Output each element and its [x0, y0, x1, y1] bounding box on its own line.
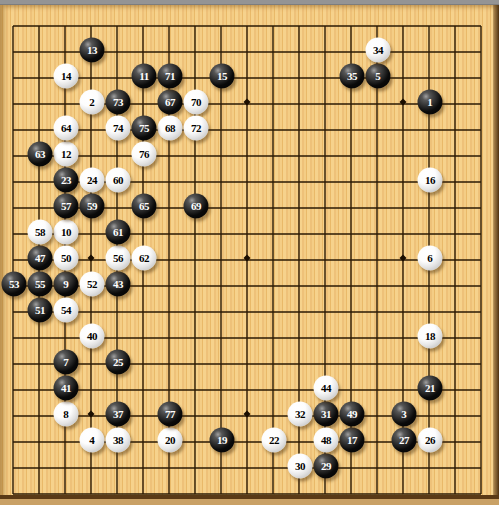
stone-black-49: 49: [340, 402, 365, 427]
stone-black-65: 65: [132, 194, 157, 219]
intersection[interactable]: 47: [26, 247, 52, 273]
intersection[interactable]: 38: [104, 429, 130, 455]
intersection[interactable]: 72: [182, 117, 208, 143]
intersection[interactable]: 63: [26, 143, 52, 169]
intersection[interactable]: 3: [390, 403, 416, 429]
intersection[interactable]: 44: [312, 377, 338, 403]
intersection[interactable]: 58: [26, 221, 52, 247]
intersection[interactable]: 9: [52, 273, 78, 299]
stone-white-54: 54: [54, 298, 79, 323]
intersection[interactable]: 6: [416, 247, 442, 273]
stone-white-6: 6: [418, 246, 443, 271]
stone-black-71: 71: [158, 64, 183, 89]
intersection[interactable]: 20: [156, 429, 182, 455]
stone-black-61: 61: [106, 220, 131, 245]
stone-black-51: 51: [28, 298, 53, 323]
intersection[interactable]: 5: [364, 65, 390, 91]
stone-black-73: 73: [106, 90, 131, 115]
intersection[interactable]: 14: [52, 65, 78, 91]
stone-black-15: 15: [210, 64, 235, 89]
intersection[interactable]: 35: [338, 65, 364, 91]
stone-black-59: 59: [80, 194, 105, 219]
stone-black-9: 9: [54, 272, 79, 297]
intersection[interactable]: 7: [52, 351, 78, 377]
intersection[interactable]: 32: [286, 403, 312, 429]
intersection[interactable]: 49: [338, 403, 364, 429]
board-edge-bottom: [0, 495, 499, 505]
stone-black-23: 23: [54, 168, 79, 193]
intersection[interactable]: 37: [104, 403, 130, 429]
stone-white-20: 20: [158, 428, 183, 453]
intersection[interactable]: 31: [312, 403, 338, 429]
go-board[interactable]: 1234567891011121314151617181920212223242…: [0, 5, 499, 504]
stone-black-67: 67: [158, 90, 183, 115]
intersection[interactable]: 21: [416, 377, 442, 403]
intersection[interactable]: 57: [52, 195, 78, 221]
intersection[interactable]: 23: [52, 169, 78, 195]
stone-white-76: 76: [132, 142, 157, 167]
intersection[interactable]: 73: [104, 91, 130, 117]
stone-black-47: 47: [28, 246, 53, 271]
intersection[interactable]: 76: [130, 143, 156, 169]
stone-white-50: 50: [54, 246, 79, 271]
intersection[interactable]: 67: [156, 91, 182, 117]
intersection[interactable]: 52: [78, 273, 104, 299]
stone-grid[interactable]: 1234567891011121314151617181920212223242…: [0, 13, 494, 505]
stone-white-8: 8: [54, 402, 79, 427]
intersection[interactable]: 8: [52, 403, 78, 429]
stone-black-43: 43: [106, 272, 131, 297]
stone-white-52: 52: [80, 272, 105, 297]
intersection[interactable]: 30: [286, 455, 312, 481]
stone-black-77: 77: [158, 402, 183, 427]
stone-white-32: 32: [288, 402, 313, 427]
stone-white-14: 14: [54, 64, 79, 89]
intersection[interactable]: 51: [26, 299, 52, 325]
stone-white-12: 12: [54, 142, 79, 167]
intersection[interactable]: 61: [104, 221, 130, 247]
stone-black-11: 11: [132, 64, 157, 89]
intersection[interactable]: 22: [260, 429, 286, 455]
intersection[interactable]: 1: [416, 91, 442, 117]
intersection[interactable]: 60: [104, 169, 130, 195]
intersection[interactable]: 59: [78, 195, 104, 221]
stone-black-63: 63: [28, 142, 53, 167]
intersection[interactable]: 4: [78, 429, 104, 455]
intersection[interactable]: 71: [156, 65, 182, 91]
stone-black-21: 21: [418, 376, 443, 401]
stone-black-25: 25: [106, 350, 131, 375]
stone-white-2: 2: [80, 90, 105, 115]
stone-white-18: 18: [418, 324, 443, 349]
stone-white-4: 4: [80, 428, 105, 453]
stone-white-40: 40: [80, 324, 105, 349]
stone-white-60: 60: [106, 168, 131, 193]
stone-white-22: 22: [262, 428, 287, 453]
intersection[interactable]: 16: [416, 169, 442, 195]
stone-black-57: 57: [54, 194, 79, 219]
stone-white-38: 38: [106, 428, 131, 453]
intersection[interactable]: 17: [338, 429, 364, 455]
stone-white-68: 68: [158, 116, 183, 141]
intersection[interactable]: 11: [130, 65, 156, 91]
stone-white-34: 34: [366, 38, 391, 63]
stone-black-37: 37: [106, 402, 131, 427]
intersection[interactable]: 41: [52, 377, 78, 403]
intersection[interactable]: 40: [78, 325, 104, 351]
intersection[interactable]: 18: [416, 325, 442, 351]
intersection[interactable]: 26: [416, 429, 442, 455]
stone-black-69: 69: [184, 194, 209, 219]
stone-white-64: 64: [54, 116, 79, 141]
intersection[interactable]: 10: [52, 221, 78, 247]
intersection[interactable]: 70: [182, 91, 208, 117]
stone-white-70: 70: [184, 90, 209, 115]
stone-white-24: 24: [80, 168, 105, 193]
intersection[interactable]: 62: [130, 247, 156, 273]
stone-black-75: 75: [132, 116, 157, 141]
intersection[interactable]: 74: [104, 117, 130, 143]
stone-white-58: 58: [28, 220, 53, 245]
intersection[interactable]: 55: [26, 273, 52, 299]
stone-white-56: 56: [106, 246, 131, 271]
intersection[interactable]: 19: [208, 429, 234, 455]
stone-black-31: 31: [314, 402, 339, 427]
stone-black-29: 29: [314, 454, 339, 479]
intersection[interactable]: 69: [182, 195, 208, 221]
stone-white-48: 48: [314, 428, 339, 453]
stone-white-30: 30: [288, 454, 313, 479]
stone-black-53: 53: [2, 272, 27, 297]
stone-white-74: 74: [106, 116, 131, 141]
stone-white-26: 26: [418, 428, 443, 453]
stone-white-44: 44: [314, 376, 339, 401]
intersection[interactable]: 34: [364, 39, 390, 65]
stone-white-16: 16: [418, 168, 443, 193]
intersection[interactable]: 43: [104, 273, 130, 299]
stone-white-10: 10: [54, 220, 79, 245]
intersection[interactable]: 13: [78, 39, 104, 65]
intersection[interactable]: 29: [312, 455, 338, 481]
intersection[interactable]: 75: [130, 117, 156, 143]
stone-black-7: 7: [54, 350, 79, 375]
stone-black-27: 27: [392, 428, 417, 453]
stone-white-62: 62: [132, 246, 157, 271]
intersection[interactable]: 64: [52, 117, 78, 143]
intersection[interactable]: 68: [156, 117, 182, 143]
intersection[interactable]: 50: [52, 247, 78, 273]
intersection[interactable]: 48: [312, 429, 338, 455]
stone-black-5: 5: [366, 64, 391, 89]
intersection[interactable]: 65: [130, 195, 156, 221]
intersection[interactable]: 25: [104, 351, 130, 377]
stone-black-35: 35: [340, 64, 365, 89]
stone-black-55: 55: [28, 272, 53, 297]
intersection[interactable]: 56: [104, 247, 130, 273]
board-edge-right: [493, 5, 499, 499]
stone-black-13: 13: [80, 38, 105, 63]
stone-black-17: 17: [340, 428, 365, 453]
intersection[interactable]: 12: [52, 143, 78, 169]
stone-black-19: 19: [210, 428, 235, 453]
intersection[interactable]: 27: [390, 429, 416, 455]
intersection[interactable]: 24: [78, 169, 104, 195]
stone-black-3: 3: [392, 402, 417, 427]
intersection[interactable]: 77: [156, 403, 182, 429]
stone-black-41: 41: [54, 376, 79, 401]
stone-white-72: 72: [184, 116, 209, 141]
stone-black-1: 1: [418, 90, 443, 115]
intersection[interactable]: 53: [0, 273, 26, 299]
intersection[interactable]: 54: [52, 299, 78, 325]
intersection[interactable]: 2: [78, 91, 104, 117]
intersection[interactable]: 15: [208, 65, 234, 91]
